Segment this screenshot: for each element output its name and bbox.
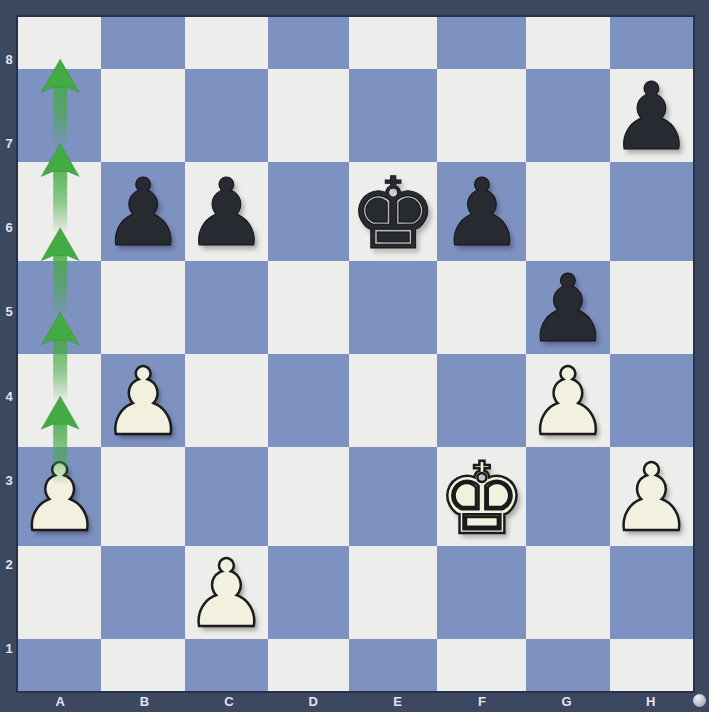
square-b6[interactable]: ♟ — [101, 162, 184, 261]
square-b8[interactable] — [101, 17, 184, 69]
square-a6[interactable] — [18, 162, 101, 261]
square-c1[interactable] — [185, 639, 268, 691]
square-h1[interactable] — [610, 639, 693, 691]
square-b3[interactable] — [101, 447, 184, 546]
square-d4[interactable] — [268, 354, 349, 447]
file-label-e: E — [356, 691, 440, 712]
black-pawn-g5[interactable]: ♟ — [526, 263, 609, 356]
file-label-d: D — [271, 691, 355, 712]
square-h2[interactable] — [610, 546, 693, 639]
square-c4[interactable] — [185, 354, 268, 447]
square-d1[interactable] — [268, 639, 349, 691]
square-b1[interactable] — [101, 639, 184, 691]
white-pawn-a3[interactable]: ♟ — [18, 452, 101, 545]
black-pawn-f6[interactable]: ♟ — [440, 167, 523, 260]
square-a7[interactable] — [18, 69, 101, 162]
square-e2[interactable] — [349, 546, 438, 639]
chess-board-window: 87654321 ♟♟♟♚♟♟♟♟♟♚♟♟ ABCDEFGH — [0, 0, 709, 712]
square-f5[interactable] — [437, 261, 526, 354]
square-f6[interactable]: ♟ — [437, 162, 526, 261]
square-b7[interactable] — [101, 69, 184, 162]
square-f4[interactable] — [437, 354, 526, 447]
square-d8[interactable] — [268, 17, 349, 69]
square-e4[interactable] — [349, 354, 438, 447]
black-king-e6[interactable]: ♚ — [349, 164, 438, 263]
square-g1[interactable] — [526, 639, 609, 691]
square-d3[interactable] — [268, 447, 349, 546]
file-label-b: B — [102, 691, 186, 712]
black-pawn-h7[interactable]: ♟ — [610, 71, 693, 164]
square-f1[interactable] — [437, 639, 526, 691]
square-c6[interactable]: ♟ — [185, 162, 268, 261]
black-pawn-b6[interactable]: ♟ — [101, 167, 184, 260]
square-h3[interactable]: ♟ — [610, 447, 693, 546]
square-f8[interactable] — [437, 17, 526, 69]
rank-label-2: 2 — [0, 523, 18, 607]
square-g6[interactable] — [526, 162, 609, 261]
white-pawn-h3[interactable]: ♟ — [610, 452, 693, 545]
square-a2[interactable] — [18, 546, 101, 639]
square-e1[interactable] — [349, 639, 438, 691]
square-d6[interactable] — [268, 162, 349, 261]
square-g2[interactable] — [526, 546, 609, 639]
square-c3[interactable] — [185, 447, 268, 546]
rank-label-3: 3 — [0, 438, 18, 522]
square-e8[interactable] — [349, 17, 438, 69]
rank-label-8: 8 — [0, 17, 18, 101]
rank-label-4: 4 — [0, 354, 18, 438]
file-label-a: A — [18, 691, 102, 712]
chess-board[interactable]: ♟♟♟♚♟♟♟♟♟♚♟♟ — [18, 17, 693, 691]
square-b2[interactable] — [101, 546, 184, 639]
square-b5[interactable] — [101, 261, 184, 354]
square-d5[interactable] — [268, 261, 349, 354]
rank-labels: 87654321 — [0, 17, 18, 691]
square-c5[interactable] — [185, 261, 268, 354]
square-a3[interactable]: ♟ — [18, 447, 101, 546]
white-pawn-c2[interactable]: ♟ — [185, 548, 268, 641]
white-king-f3[interactable]: ♚ — [437, 449, 526, 548]
square-e6[interactable]: ♚ — [349, 162, 438, 261]
square-a4[interactable] — [18, 354, 101, 447]
white-pawn-g4[interactable]: ♟ — [526, 356, 609, 449]
rank-label-7: 7 — [0, 101, 18, 185]
square-e5[interactable] — [349, 261, 438, 354]
square-a1[interactable] — [18, 639, 101, 691]
square-d2[interactable] — [268, 546, 349, 639]
square-c2[interactable]: ♟ — [185, 546, 268, 639]
square-h6[interactable] — [610, 162, 693, 261]
file-label-h: H — [609, 691, 693, 712]
square-c7[interactable] — [185, 69, 268, 162]
square-f2[interactable] — [437, 546, 526, 639]
square-a5[interactable] — [18, 261, 101, 354]
square-g4[interactable]: ♟ — [526, 354, 609, 447]
square-e7[interactable] — [349, 69, 438, 162]
file-labels: ABCDEFGH — [18, 691, 693, 712]
square-h8[interactable] — [610, 17, 693, 69]
square-b4[interactable]: ♟ — [101, 354, 184, 447]
square-h7[interactable]: ♟ — [610, 69, 693, 162]
rank-label-5: 5 — [0, 270, 18, 354]
square-g5[interactable]: ♟ — [526, 261, 609, 354]
square-g7[interactable] — [526, 69, 609, 162]
square-h4[interactable] — [610, 354, 693, 447]
square-d7[interactable] — [268, 69, 349, 162]
white-pawn-b4[interactable]: ♟ — [101, 356, 184, 449]
square-g3[interactable] — [526, 447, 609, 546]
square-a8[interactable] — [18, 17, 101, 69]
square-h5[interactable] — [610, 261, 693, 354]
rank-label-1: 1 — [0, 607, 18, 691]
square-f7[interactable] — [437, 69, 526, 162]
square-e3[interactable] — [349, 447, 438, 546]
file-label-g: G — [524, 691, 608, 712]
file-label-c: C — [187, 691, 271, 712]
corner-dot-decoration — [693, 694, 706, 707]
file-label-f: F — [440, 691, 524, 712]
square-g8[interactable] — [526, 17, 609, 69]
square-c8[interactable] — [185, 17, 268, 69]
square-f3[interactable]: ♚ — [437, 447, 526, 546]
rank-label-6: 6 — [0, 186, 18, 270]
black-pawn-c6[interactable]: ♟ — [185, 167, 268, 260]
